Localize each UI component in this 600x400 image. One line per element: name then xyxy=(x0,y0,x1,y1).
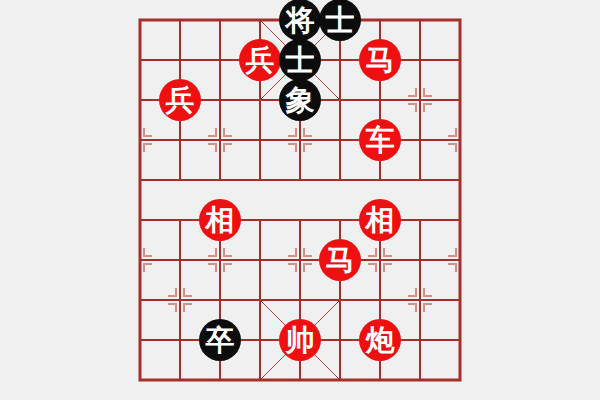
piece-glyph: 炮 xyxy=(366,326,395,355)
piece-black-general[interactable]: 将 xyxy=(279,0,321,41)
piece-black-elephant[interactable]: 象 xyxy=(279,79,321,121)
piece-red-soldier[interactable]: 兵 xyxy=(239,39,281,81)
piece-layer: 将士兵士马兵象车相相马卒帅炮 xyxy=(120,0,480,400)
piece-glyph: 兵 xyxy=(246,46,275,75)
piece-glyph: 卒 xyxy=(206,326,235,355)
piece-red-horse[interactable]: 马 xyxy=(319,239,361,281)
piece-red-horse[interactable]: 马 xyxy=(359,39,401,81)
xiangqi-app: 将士兵士马兵象车相相马卒帅炮 xyxy=(0,0,600,400)
piece-black-soldier[interactable]: 卒 xyxy=(199,319,241,361)
piece-black-advisor[interactable]: 士 xyxy=(319,0,361,41)
piece-glyph: 兵 xyxy=(166,86,195,115)
piece-glyph: 将 xyxy=(286,6,315,35)
piece-glyph: 马 xyxy=(326,246,355,275)
piece-glyph: 象 xyxy=(286,86,315,115)
piece-glyph: 车 xyxy=(366,126,395,155)
piece-red-cannon[interactable]: 炮 xyxy=(359,319,401,361)
piece-red-elephant[interactable]: 相 xyxy=(359,199,401,241)
piece-red-general[interactable]: 帅 xyxy=(279,319,321,361)
piece-glyph: 相 xyxy=(366,206,395,235)
piece-glyph: 相 xyxy=(206,206,235,235)
piece-glyph: 士 xyxy=(326,6,355,35)
piece-red-soldier[interactable]: 兵 xyxy=(159,79,201,121)
piece-red-elephant[interactable]: 相 xyxy=(199,199,241,241)
piece-glyph: 帅 xyxy=(286,326,315,355)
piece-black-advisor[interactable]: 士 xyxy=(279,39,321,81)
piece-glyph: 马 xyxy=(366,46,395,75)
piece-red-chariot[interactable]: 车 xyxy=(359,119,401,161)
piece-glyph: 士 xyxy=(286,46,315,75)
